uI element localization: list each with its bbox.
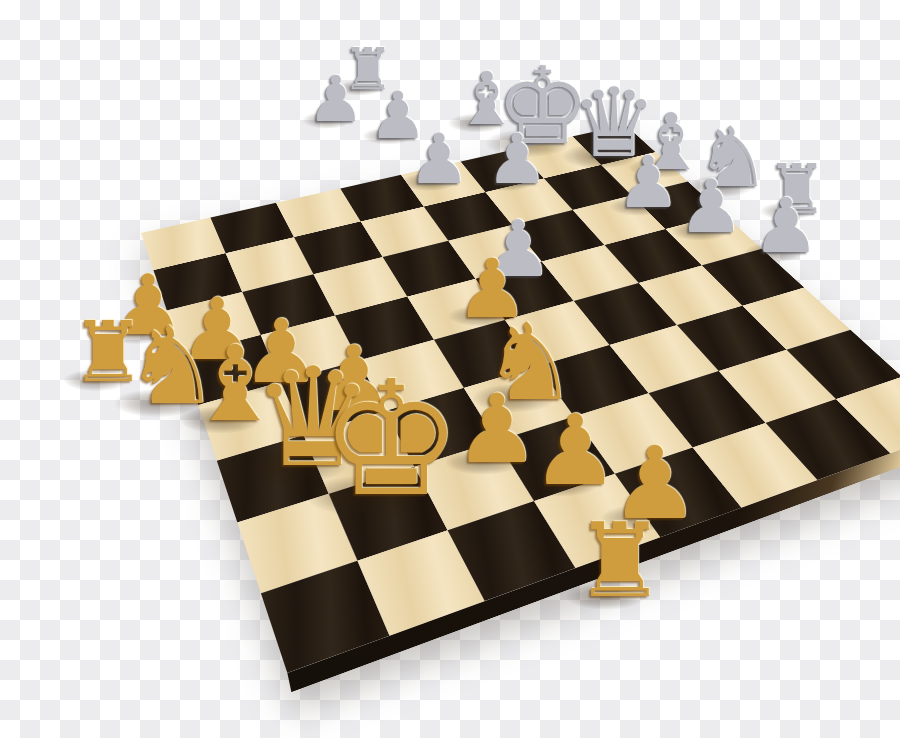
silver-pawn-g7[interactable]: ♟ (678, 170, 744, 244)
silver-pawn-d7[interactable]: ♟ (486, 125, 548, 194)
gold-rook-h1[interactable]: ♜ (574, 510, 666, 612)
silver-pawn-a7[interactable]: ♟ (308, 68, 365, 132)
transparency-checker-background: ♜♟♝♟♚♛♝♟♟♞♟♜♟♟♟♟♟♟♜♟♞♞♟♝♟♛♟♚♟♜ (0, 0, 900, 738)
gold-king-e1[interactable]: ♚ (320, 360, 463, 519)
silver-pawn-c6[interactable]: ♟ (408, 125, 470, 194)
silver-pawn-f7[interactable]: ♟ (616, 147, 680, 218)
gold-pawn-g2[interactable]: ♟ (531, 402, 618, 499)
silver-pawn-h7[interactable]: ♟ (752, 189, 820, 265)
gold-pawn-f2[interactable]: ♟ (454, 382, 539, 477)
